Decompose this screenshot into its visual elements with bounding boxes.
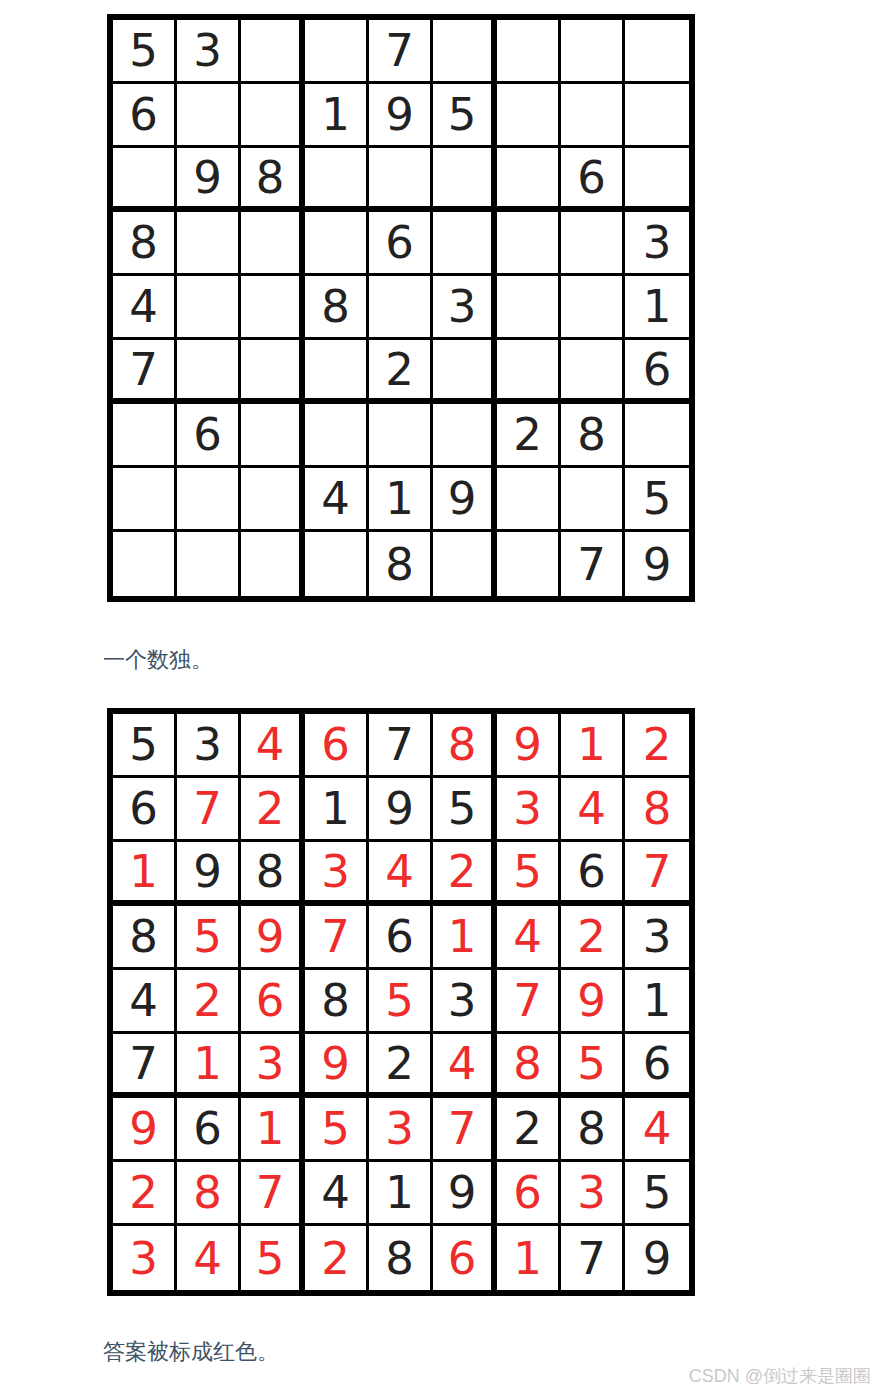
sudoku-cell-r1c9: 2 [625, 714, 689, 778]
sudoku-cell-r7c5: 3 [369, 1098, 433, 1162]
sudoku-cell-r1c1: 5 [113, 714, 177, 778]
sudoku-cell-r7c5 [369, 404, 433, 468]
sudoku-cell-r3c3: 8 [241, 148, 305, 212]
sudoku-cell-r8c2: 8 [177, 1162, 241, 1226]
sudoku-cell-r3c8: 6 [561, 842, 625, 906]
sudoku-cell-r3c2: 9 [177, 148, 241, 212]
sudoku-cell-r7c6 [433, 404, 497, 468]
sudoku-cell-r8c9: 5 [625, 468, 689, 532]
sudoku-cell-r4c2: 5 [177, 906, 241, 970]
csdn-watermark: CSDN @倒过来是圈圈 [689, 1364, 871, 1388]
sudoku-cell-r2c8: 4 [561, 778, 625, 842]
sudoku-cell-r3c6: 2 [433, 842, 497, 906]
sudoku-cell-r3c6 [433, 148, 497, 212]
sudoku-cell-r6c6 [433, 340, 497, 404]
sudoku-cell-r2c2: 7 [177, 778, 241, 842]
sudoku-cell-r4c4: 7 [305, 906, 369, 970]
sudoku-cell-r4c9: 3 [625, 906, 689, 970]
sudoku-cell-r2c3: 2 [241, 778, 305, 842]
sudoku-cell-r7c2: 6 [177, 1098, 241, 1162]
sudoku-cell-r2c1: 6 [113, 778, 177, 842]
sudoku-cell-r3c7: 5 [497, 842, 561, 906]
sudoku-cell-r8c7 [497, 468, 561, 532]
sudoku-cell-r8c5: 1 [369, 1162, 433, 1226]
sudoku-cell-r1c8: 1 [561, 714, 625, 778]
sudoku-cell-r1c3 [241, 20, 305, 84]
sudoku-cell-r5c8: 9 [561, 970, 625, 1034]
sudoku-cell-r1c1: 5 [113, 20, 177, 84]
sudoku-cell-r5c7 [497, 276, 561, 340]
sudoku-cell-r3c3: 8 [241, 842, 305, 906]
sudoku-cell-r8c5: 1 [369, 468, 433, 532]
sudoku-cell-r9c5: 8 [369, 532, 433, 596]
sudoku-cell-r5c3 [241, 276, 305, 340]
sudoku-cell-r2c1: 6 [113, 84, 177, 148]
sudoku-cell-r4c4 [305, 212, 369, 276]
sudoku-cell-r9c5: 8 [369, 1226, 433, 1290]
sudoku-cell-r1c6 [433, 20, 497, 84]
sudoku-cell-r3c9 [625, 148, 689, 212]
sudoku-cell-r7c3 [241, 404, 305, 468]
sudoku-cell-r3c4 [305, 148, 369, 212]
sudoku-cell-r8c1 [113, 468, 177, 532]
sudoku-cell-r2c4: 1 [305, 778, 369, 842]
sudoku-cell-r9c7 [497, 532, 561, 596]
sudoku-cell-r2c5: 9 [369, 84, 433, 148]
sudoku-cell-r6c7: 8 [497, 1034, 561, 1098]
sudoku-cell-r4c5: 6 [369, 906, 433, 970]
sudoku-cell-r8c8 [561, 468, 625, 532]
sudoku-cell-r6c5: 2 [369, 1034, 433, 1098]
sudoku-cell-r1c3: 4 [241, 714, 305, 778]
blog-image-page: { "game": "sudoku", "puzzle": { "caption… [0, 0, 875, 1400]
sudoku-cell-r1c5: 7 [369, 714, 433, 778]
sudoku-cell-r5c4: 8 [305, 970, 369, 1034]
sudoku-cell-r9c9: 9 [625, 532, 689, 596]
sudoku-cell-r8c7: 6 [497, 1162, 561, 1226]
sudoku-cell-r9c7: 1 [497, 1226, 561, 1290]
sudoku-cell-r3c8: 6 [561, 148, 625, 212]
sudoku-cell-r9c6: 6 [433, 1226, 497, 1290]
sudoku-cell-r8c6: 9 [433, 1162, 497, 1226]
sudoku-cell-r4c3 [241, 212, 305, 276]
sudoku-cell-r2c7: 3 [497, 778, 561, 842]
sudoku-cell-r2c7 [497, 84, 561, 148]
sudoku-cell-r6c9: 6 [625, 1034, 689, 1098]
sudoku-cell-r5c7: 7 [497, 970, 561, 1034]
sudoku-cell-r4c2 [177, 212, 241, 276]
sudoku-cell-r5c4: 8 [305, 276, 369, 340]
sudoku-cell-r3c1: 1 [113, 842, 177, 906]
sudoku-cell-r4c6 [433, 212, 497, 276]
sudoku-cell-r3c9: 7 [625, 842, 689, 906]
sudoku-cell-r1c4 [305, 20, 369, 84]
sudoku-cell-r8c2 [177, 468, 241, 532]
sudoku-cell-r8c3: 7 [241, 1162, 305, 1226]
sudoku-cell-r1c9 [625, 20, 689, 84]
sudoku-cell-r1c7 [497, 20, 561, 84]
sudoku-cell-r8c3 [241, 468, 305, 532]
sudoku-cell-r4c8 [561, 212, 625, 276]
sudoku-cell-r6c1: 7 [113, 1034, 177, 1098]
sudoku-cell-r1c6: 8 [433, 714, 497, 778]
sudoku-cell-r6c8: 5 [561, 1034, 625, 1098]
sudoku-cell-r8c4: 4 [305, 1162, 369, 1226]
sudoku-cell-r9c8: 7 [561, 532, 625, 596]
sudoku-cell-r6c1: 7 [113, 340, 177, 404]
sudoku-cell-r2c6: 5 [433, 84, 497, 148]
sudoku-cell-r5c5: 5 [369, 970, 433, 1034]
sudoku-cell-r3c5: 4 [369, 842, 433, 906]
sudoku-cell-r6c2: 1 [177, 1034, 241, 1098]
sudoku-cell-r7c7: 2 [497, 1098, 561, 1162]
sudoku-cell-r2c6: 5 [433, 778, 497, 842]
sudoku-cell-r1c4: 6 [305, 714, 369, 778]
sudoku-cell-r7c6: 7 [433, 1098, 497, 1162]
sudoku-cell-r5c9: 1 [625, 276, 689, 340]
sudoku-cell-r1c5: 7 [369, 20, 433, 84]
sudoku-cell-r7c9 [625, 404, 689, 468]
sudoku-cell-r3c5 [369, 148, 433, 212]
sudoku-cell-r9c4 [305, 532, 369, 596]
sudoku-cell-r9c9: 9 [625, 1226, 689, 1290]
sudoku-cell-r3c7 [497, 148, 561, 212]
sudoku-cell-r1c8 [561, 20, 625, 84]
sudoku-cell-r5c6: 3 [433, 970, 497, 1034]
sudoku-cell-r6c7 [497, 340, 561, 404]
sudoku-cell-r7c9: 4 [625, 1098, 689, 1162]
sudoku-cell-r3c1 [113, 148, 177, 212]
sudoku-cell-r9c3 [241, 532, 305, 596]
sudoku-cell-r9c1 [113, 532, 177, 596]
sudoku-cell-r2c3 [241, 84, 305, 148]
solution-caption: 答案被标成红色。 [103, 1337, 279, 1367]
sudoku-cell-r2c5: 9 [369, 778, 433, 842]
sudoku-cell-r7c1: 9 [113, 1098, 177, 1162]
sudoku-solution-board: 5346789126721953481983425678597614234268… [107, 708, 695, 1296]
sudoku-cell-r2c4: 1 [305, 84, 369, 148]
sudoku-cell-r5c2: 2 [177, 970, 241, 1034]
sudoku-cell-r4c7 [497, 212, 561, 276]
sudoku-cell-r2c8 [561, 84, 625, 148]
sudoku-cell-r5c1: 4 [113, 970, 177, 1034]
sudoku-cell-r2c9: 8 [625, 778, 689, 842]
sudoku-cell-r4c9: 3 [625, 212, 689, 276]
sudoku-cell-r7c8: 8 [561, 1098, 625, 1162]
sudoku-cell-r2c9 [625, 84, 689, 148]
sudoku-cell-r5c3: 6 [241, 970, 305, 1034]
sudoku-cell-r9c2: 4 [177, 1226, 241, 1290]
puzzle-caption: 一个数独。 [103, 645, 213, 675]
sudoku-cell-r8c9: 5 [625, 1162, 689, 1226]
sudoku-cell-r7c4: 5 [305, 1098, 369, 1162]
sudoku-cell-r1c2: 3 [177, 20, 241, 84]
sudoku-cell-r8c6: 9 [433, 468, 497, 532]
sudoku-cell-r6c4 [305, 340, 369, 404]
sudoku-cell-r5c5 [369, 276, 433, 340]
sudoku-cell-r4c5: 6 [369, 212, 433, 276]
sudoku-cell-r2c2 [177, 84, 241, 148]
sudoku-cell-r6c5: 2 [369, 340, 433, 404]
sudoku-cell-r7c3: 1 [241, 1098, 305, 1162]
sudoku-cell-r4c1: 8 [113, 212, 177, 276]
sudoku-cell-r6c8 [561, 340, 625, 404]
sudoku-cell-r8c4: 4 [305, 468, 369, 532]
sudoku-cell-r6c2 [177, 340, 241, 404]
sudoku-cell-r9c1: 3 [113, 1226, 177, 1290]
sudoku-cell-r8c1: 2 [113, 1162, 177, 1226]
sudoku-cell-r5c6: 3 [433, 276, 497, 340]
sudoku-cell-r9c4: 2 [305, 1226, 369, 1290]
sudoku-cell-r4c1: 8 [113, 906, 177, 970]
sudoku-cell-r7c8: 8 [561, 404, 625, 468]
sudoku-cell-r3c2: 9 [177, 842, 241, 906]
sudoku-cell-r6c3 [241, 340, 305, 404]
sudoku-cell-r3c4: 3 [305, 842, 369, 906]
sudoku-cell-r8c8: 3 [561, 1162, 625, 1226]
sudoku-cell-r9c3: 5 [241, 1226, 305, 1290]
sudoku-cell-r9c6 [433, 532, 497, 596]
sudoku-cell-r4c8: 2 [561, 906, 625, 970]
sudoku-cell-r5c1: 4 [113, 276, 177, 340]
sudoku-cell-r1c2: 3 [177, 714, 241, 778]
sudoku-cell-r6c4: 9 [305, 1034, 369, 1098]
sudoku-cell-r4c7: 4 [497, 906, 561, 970]
sudoku-cell-r7c2: 6 [177, 404, 241, 468]
sudoku-puzzle-board: 537619598686348317266284195879 [107, 14, 695, 602]
sudoku-cell-r6c6: 4 [433, 1034, 497, 1098]
sudoku-cell-r5c9: 1 [625, 970, 689, 1034]
sudoku-cell-r7c4 [305, 404, 369, 468]
sudoku-cell-r7c7: 2 [497, 404, 561, 468]
sudoku-cell-r1c7: 9 [497, 714, 561, 778]
sudoku-cell-r5c2 [177, 276, 241, 340]
sudoku-cell-r4c3: 9 [241, 906, 305, 970]
sudoku-cell-r5c8 [561, 276, 625, 340]
sudoku-cell-r4c6: 1 [433, 906, 497, 970]
sudoku-cell-r9c8: 7 [561, 1226, 625, 1290]
sudoku-cell-r7c1 [113, 404, 177, 468]
sudoku-cell-r6c9: 6 [625, 340, 689, 404]
sudoku-cell-r9c2 [177, 532, 241, 596]
sudoku-cell-r6c3: 3 [241, 1034, 305, 1098]
